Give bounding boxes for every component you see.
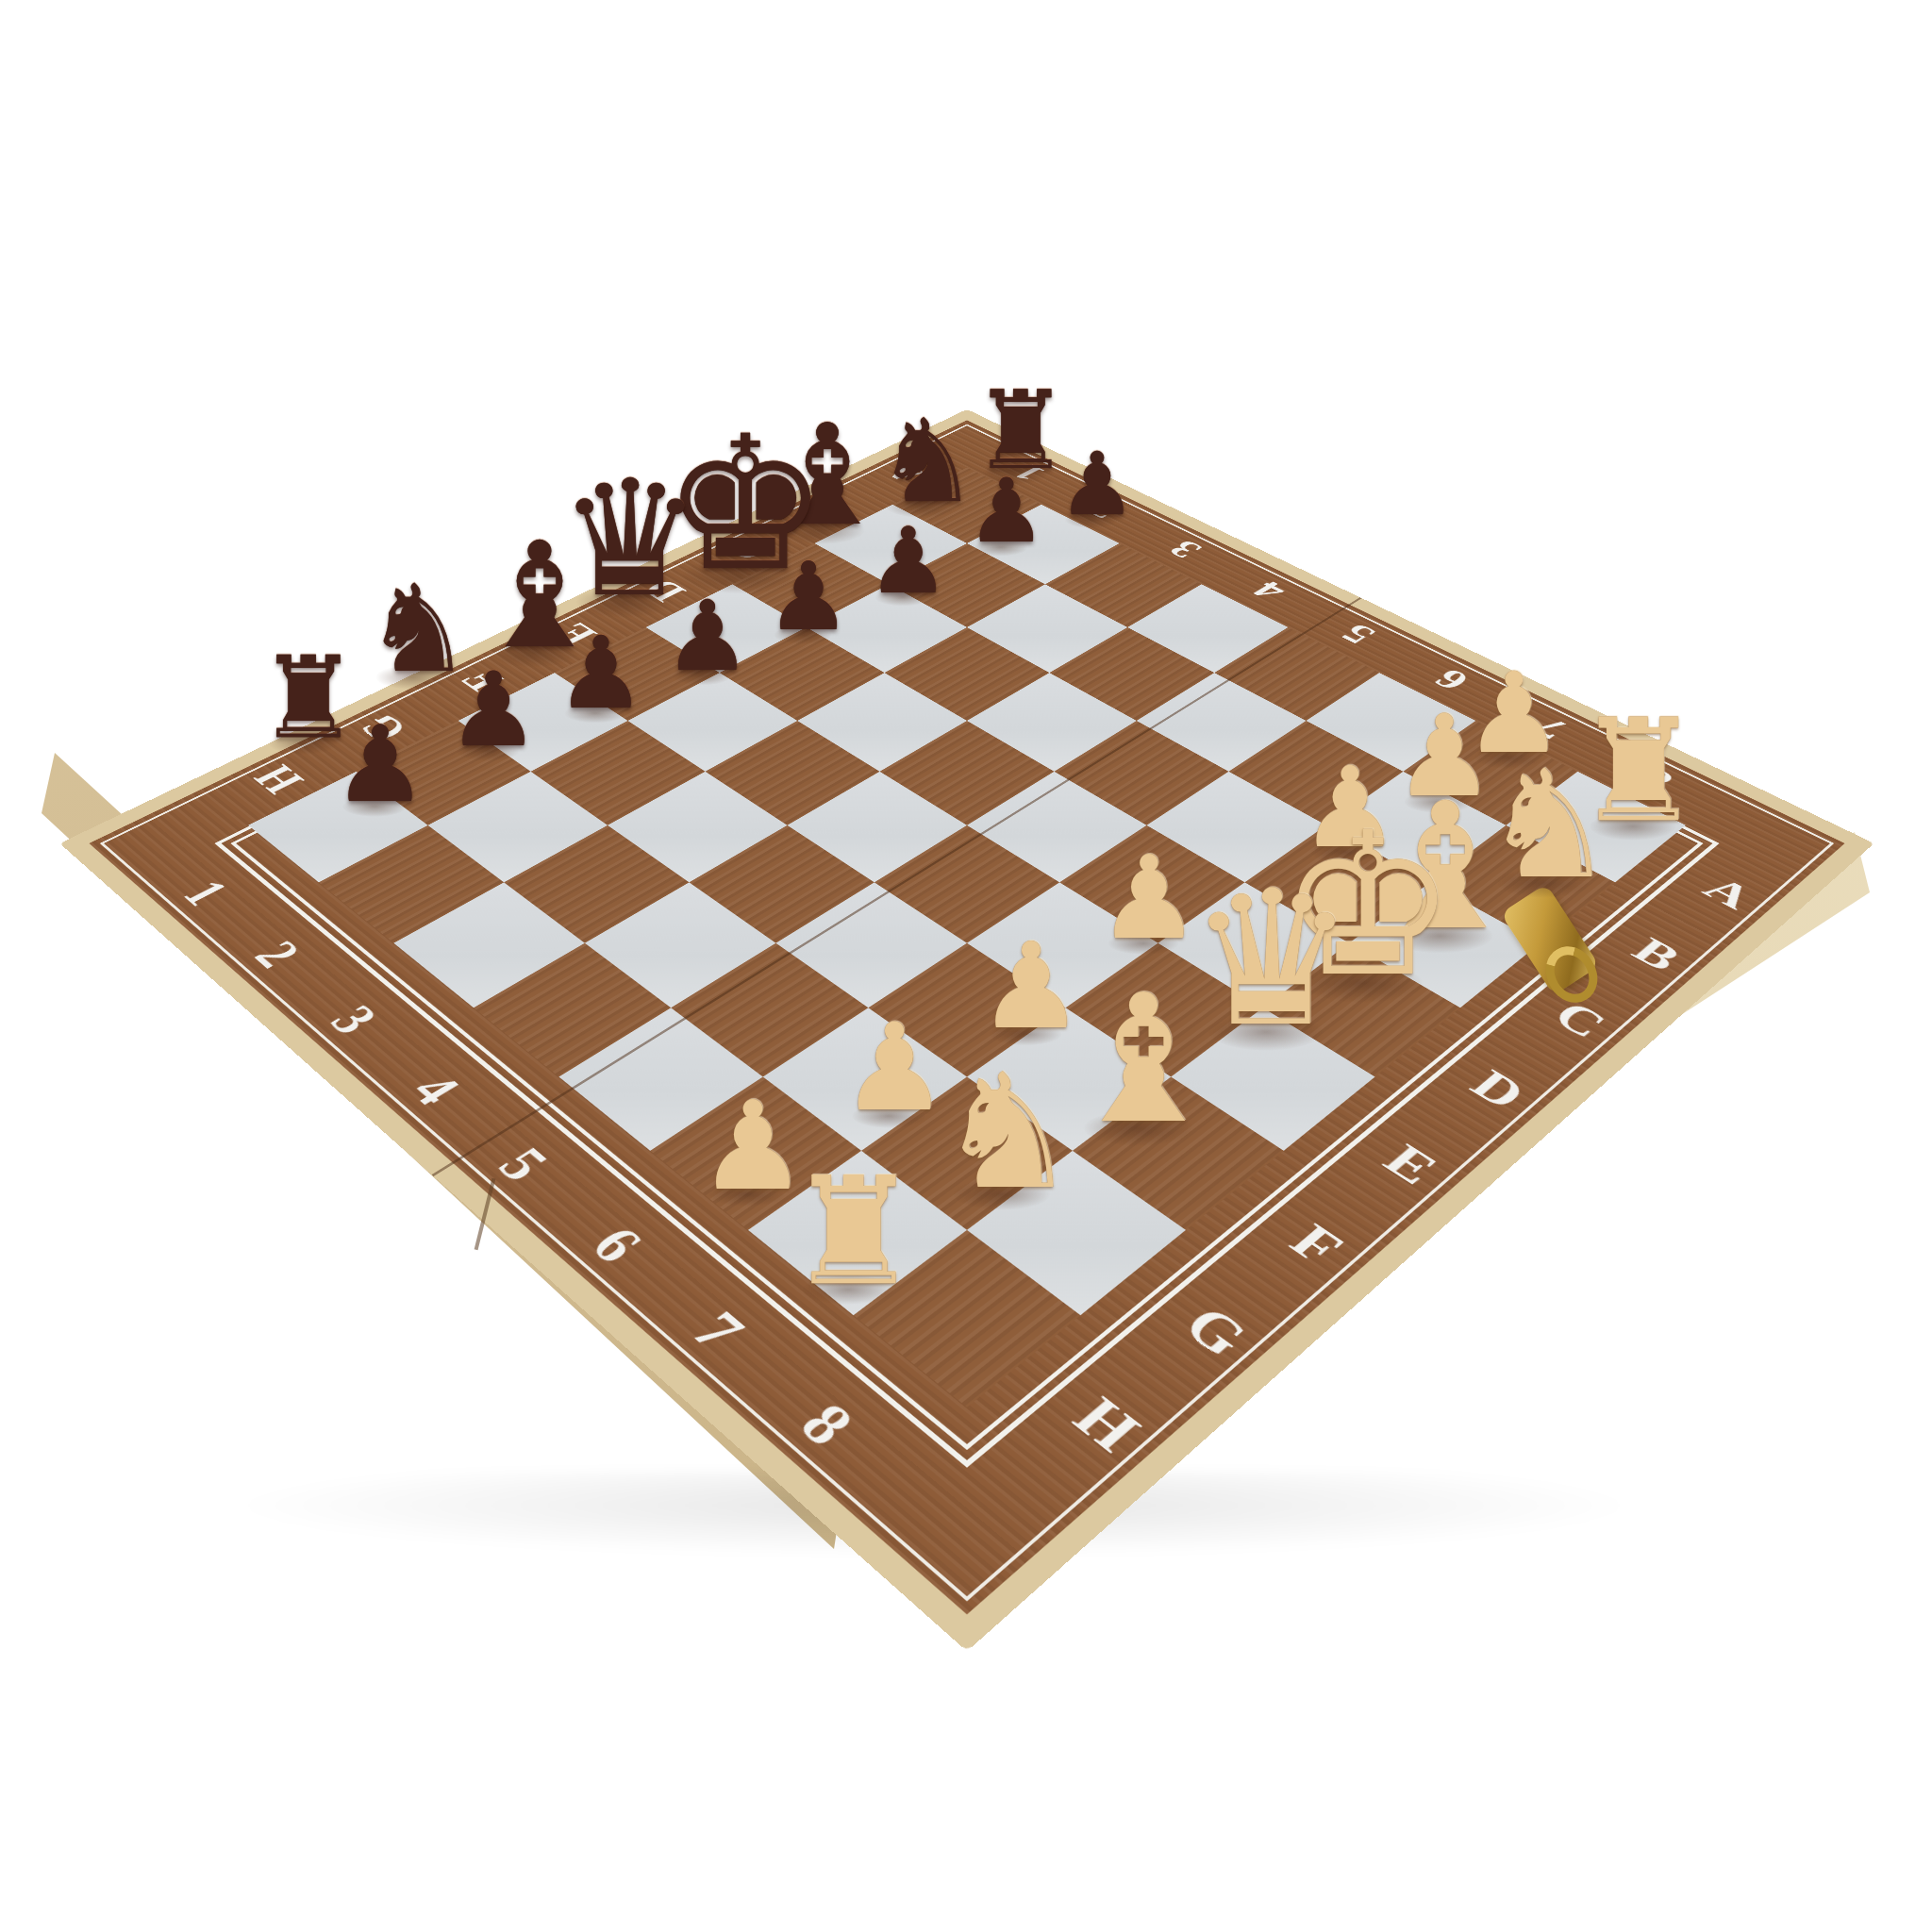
board-grid — [248, 468, 1686, 1407]
chess-board: 1122334455667788AABBCCDDEEFFGGHH — [59, 409, 1874, 1652]
product-photo-stage: 1122334455667788AABBCCDDEEFFGGHH ♜♞♟♝♟♚♟… — [0, 0, 1932, 1932]
